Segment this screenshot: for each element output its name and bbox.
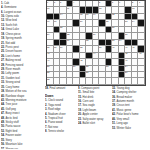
crossword-page: 1. Cab4. Gemstone6. Largest ocean10. Ope… <box>0 0 150 150</box>
cell-number: 12 <box>99 7 101 9</box>
cell-number: 46 <box>139 52 141 54</box>
clue-item: 8. Tennis stroke <box>45 130 76 134</box>
cell-number: 18 <box>112 13 114 15</box>
cell-number: 33 <box>112 39 114 41</box>
clue-item: 57. Sheep cry <box>1 147 44 149</box>
cell-number: 2 <box>54 1 55 3</box>
cell-number: 30 <box>125 33 127 35</box>
cell-number: 5 <box>99 1 100 3</box>
cell-number: 55 <box>47 71 49 73</box>
cell-number: 14 <box>60 13 62 15</box>
cell-number: 1 <box>47 1 48 3</box>
cell-number: 11 <box>67 7 69 9</box>
cell-number: 37 <box>60 46 62 48</box>
down-clues-column-2: 9. Compass point11. Small bite15. Hot dr… <box>78 86 111 149</box>
cell-number: 7 <box>119 1 120 3</box>
white-cell[interactable] <box>138 78 145 84</box>
cell-number: 26 <box>112 26 114 28</box>
cell-number: 28 <box>67 33 69 35</box>
cell-number: 17 <box>93 13 95 15</box>
clue-item: 53. Winter flake <box>112 126 148 130</box>
down-clue-list-3: 32. Young dog34. Camping shelter36. Brea… <box>112 86 148 130</box>
cell-number: 34 <box>119 39 121 41</box>
cell-number: 56 <box>86 71 88 73</box>
cell-number: 32 <box>86 39 88 41</box>
down-clue-list-1: 1. Clock sound2. Yoga need3. Roof edge4.… <box>45 99 76 134</box>
cell-number: 54 <box>125 65 127 67</box>
cell-number: 48 <box>80 59 82 61</box>
cell-number: 20 <box>54 20 56 22</box>
cell-number: 29 <box>93 33 95 35</box>
down-clues-column-1: 58. Final amount Down 1. Clock sound2. Y… <box>45 86 77 149</box>
cell-number: 44 <box>93 52 95 54</box>
cell-number: 51 <box>73 65 75 67</box>
across-overflow-list: 58. Final amount <box>45 86 76 90</box>
cell-number: 58 <box>47 78 49 80</box>
cell-number: 39 <box>99 46 101 48</box>
cell-number: 50 <box>47 65 49 67</box>
cell-number: 31 <box>67 39 69 41</box>
cell-number: 52 <box>86 65 88 67</box>
cell-number: 24 <box>132 20 134 22</box>
across-clue-list: 1. Cab4. Gemstone6. Largest ocean10. Ope… <box>1 1 44 149</box>
clue-item: 24. Ballet skirt <box>78 121 110 125</box>
cell-number: 38 <box>80 46 82 48</box>
cell-number: 40 <box>112 46 114 48</box>
cell-number: 6 <box>112 1 113 3</box>
cell-number: 41 <box>125 46 127 48</box>
cell-number: 22 <box>106 20 108 22</box>
cell-number: 8 <box>132 1 133 3</box>
cell-number: 36 <box>54 46 56 48</box>
cell-number: 10 <box>47 7 49 9</box>
down-clue-list-2: 9. Compass point11. Small bite15. Hot dr… <box>78 86 110 125</box>
cell-number: 47 <box>47 59 49 61</box>
clue-item: 58. Final amount <box>45 86 76 90</box>
cell-number: 45 <box>125 52 127 54</box>
cell-number: 19 <box>47 20 49 22</box>
cell-number: 42 <box>132 46 134 48</box>
cell-number: 3 <box>60 1 61 3</box>
cell-number: 16 <box>86 13 88 15</box>
cell-number: 49 <box>125 59 127 61</box>
cell-number: 13 <box>132 7 134 9</box>
cell-number: 43 <box>47 52 49 54</box>
across-clues-column: 1. Cab4. Gemstone6. Largest ocean10. Ope… <box>1 1 45 149</box>
down-header: Down <box>45 93 76 97</box>
cell-number: 57 <box>125 71 127 73</box>
cell-number: 15 <box>80 13 82 15</box>
down-clues-column-3: 32. Young dog34. Camping shelter36. Brea… <box>112 86 149 149</box>
crossword-grid: 1234567891011121314151617181920212223242… <box>46 0 146 86</box>
cell-number: 35 <box>47 46 49 48</box>
cell-number: 27 <box>47 33 49 35</box>
cell-number: 53 <box>106 65 108 67</box>
cell-number: 9 <box>139 1 140 3</box>
cell-number: 21 <box>80 20 82 22</box>
cell-number: 23 <box>125 20 127 22</box>
cell-number: 4 <box>73 1 74 3</box>
cell-number: 25 <box>60 26 62 28</box>
